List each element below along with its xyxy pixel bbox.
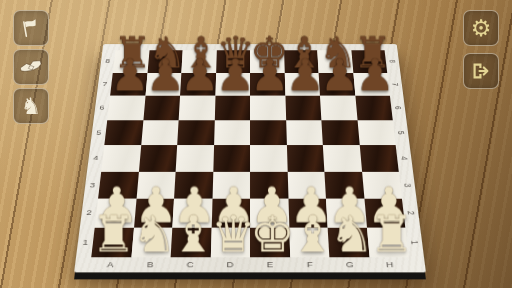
board-squares: ♜♞♝♛♚♝♞♜♟♟♟♟♟♟♟♟♟♟♟♟♟♟♟♟♜♞♝♛♚♝♞♜ xyxy=(91,50,409,257)
piece-black-pawn[interactable]: ♟ xyxy=(320,56,355,94)
file-label-g: G xyxy=(329,259,370,272)
square-b1[interactable]: ♞ xyxy=(131,227,172,257)
square-h4[interactable] xyxy=(359,145,398,171)
square-a4[interactable] xyxy=(101,145,140,171)
square-a6[interactable] xyxy=(107,96,145,120)
knight-icon: ♞ xyxy=(21,95,42,118)
board-frame: ♜♞♝♛♚♝♞♜♟♟♟♟♟♟♟♟♟♟♟♟♟♟♟♟♜♞♝♛♚♝♞♜ ABCDEFG… xyxy=(74,44,426,272)
square-f1[interactable]: ♝ xyxy=(289,227,330,257)
square-a5[interactable] xyxy=(104,120,143,145)
square-b4[interactable] xyxy=(138,145,177,171)
exit-button[interactable] xyxy=(463,53,499,89)
gear-icon: ⚙ xyxy=(471,17,492,40)
rank-label-7: 7 xyxy=(377,80,413,89)
draw-offer-button[interactable] xyxy=(13,49,49,85)
rank-label-8: 8 xyxy=(375,57,410,66)
file-label-e: E xyxy=(250,259,290,272)
square-b7[interactable]: ♟ xyxy=(145,73,181,96)
square-e4[interactable] xyxy=(250,145,287,171)
square-f4[interactable] xyxy=(286,145,324,171)
piece-black-pawn[interactable]: ♟ xyxy=(145,56,180,94)
file-label-a: A xyxy=(90,259,131,272)
square-c1[interactable]: ♝ xyxy=(171,227,212,257)
square-b6[interactable] xyxy=(143,96,180,120)
left-toolbar: ♞ xyxy=(13,10,49,124)
right-toolbar: ⚙ xyxy=(463,10,499,89)
rank-label-5: 5 xyxy=(383,128,420,138)
piece-black-pawn[interactable]: ♟ xyxy=(110,56,145,94)
square-f5[interactable] xyxy=(286,120,323,145)
square-f6[interactable] xyxy=(285,96,321,120)
piece-white-rook[interactable]: ♜ xyxy=(91,212,131,255)
file-labels: ABCDEFGH xyxy=(90,259,411,272)
square-d4[interactable] xyxy=(213,145,250,171)
handshake-icon xyxy=(19,58,43,76)
square-c6[interactable] xyxy=(179,96,215,120)
square-e6[interactable] xyxy=(250,96,286,120)
file-label-f: F xyxy=(290,259,330,272)
square-h1[interactable]: ♜ xyxy=(366,227,408,257)
piece-white-knight[interactable]: ♞ xyxy=(329,212,369,255)
hint-button[interactable]: ♞ xyxy=(13,88,49,124)
piece-black-pawn[interactable]: ♟ xyxy=(180,56,215,94)
square-a1[interactable]: ♜ xyxy=(91,227,133,257)
square-c4[interactable] xyxy=(176,145,214,171)
file-label-c: C xyxy=(170,259,210,272)
piece-black-pawn[interactable]: ♟ xyxy=(215,56,250,94)
square-c7[interactable]: ♟ xyxy=(180,73,216,96)
piece-white-king[interactable]: ♚ xyxy=(250,212,290,255)
square-g1[interactable]: ♞ xyxy=(328,227,369,257)
piece-white-bishop[interactable]: ♝ xyxy=(290,212,330,255)
resign-button[interactable] xyxy=(13,10,49,46)
square-d1[interactable]: ♛ xyxy=(210,227,250,257)
piece-white-queen[interactable]: ♛ xyxy=(210,212,250,255)
square-e5[interactable] xyxy=(250,120,286,145)
rank-label-5: 5 xyxy=(90,120,107,145)
square-b5[interactable] xyxy=(141,120,179,145)
square-c5[interactable] xyxy=(177,120,214,145)
piece-white-bishop[interactable]: ♝ xyxy=(171,212,211,255)
piece-white-knight[interactable]: ♞ xyxy=(131,212,171,255)
chess-board: ♜♞♝♛♚♝♞♜♟♟♟♟♟♟♟♟♟♟♟♟♟♟♟♟♜♞♝♛♚♝♞♜ ABCDEFG… xyxy=(74,44,426,272)
square-g7[interactable]: ♟ xyxy=(319,73,355,96)
square-f7[interactable]: ♟ xyxy=(284,73,320,96)
flag-icon xyxy=(20,17,42,39)
square-g5[interactable] xyxy=(321,120,359,145)
rank-label-6: 6 xyxy=(380,103,416,112)
piece-black-pawn[interactable]: ♟ xyxy=(285,56,320,94)
square-g6[interactable] xyxy=(320,96,357,120)
file-label-b: B xyxy=(130,259,171,272)
square-e7[interactable]: ♟ xyxy=(250,73,285,96)
square-d6[interactable] xyxy=(214,96,250,120)
piece-white-rook[interactable]: ♜ xyxy=(369,212,409,255)
square-g4[interactable] xyxy=(323,145,362,171)
settings-button[interactable]: ⚙ xyxy=(463,10,499,46)
exit-icon xyxy=(470,60,492,82)
chess-app-screen: ♜♞♝♛♚♝♞♜♟♟♟♟♟♟♟♟♟♟♟♟♟♟♟♟♜♞♝♛♚♝♞♜ ABCDEFG… xyxy=(0,0,512,288)
file-label-d: D xyxy=(210,259,250,272)
square-e1[interactable]: ♚ xyxy=(250,227,290,257)
square-d7[interactable]: ♟ xyxy=(215,73,250,96)
square-d5[interactable] xyxy=(214,120,250,145)
square-a7[interactable]: ♟ xyxy=(110,73,147,96)
file-label-h: H xyxy=(369,259,410,272)
piece-black-pawn[interactable]: ♟ xyxy=(250,56,285,94)
